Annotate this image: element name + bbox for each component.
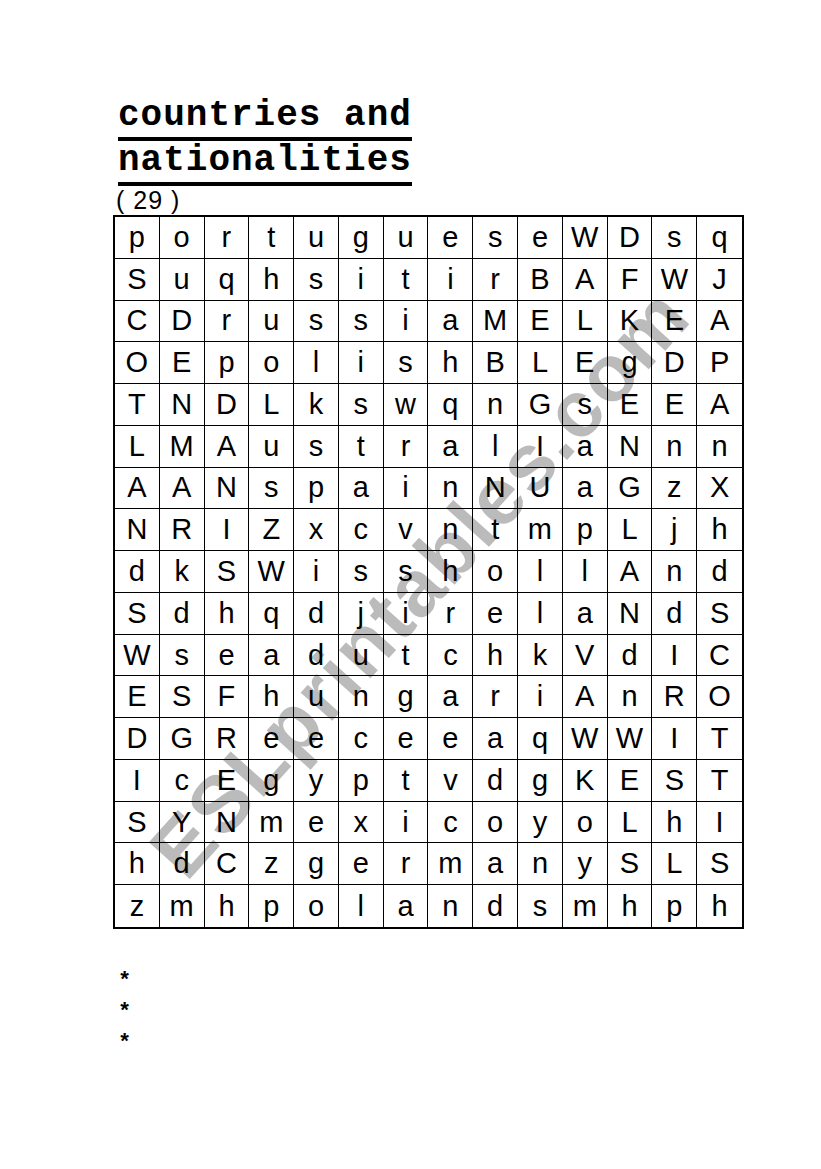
- grid-cell-r13c5: e: [294, 718, 339, 760]
- grid-cell-r2c12: F: [608, 259, 653, 301]
- grid-cell-r17c13: p: [652, 885, 697, 927]
- grid-cell-r3c7: i: [384, 301, 429, 343]
- grid-cell-r5c5: k: [294, 384, 339, 426]
- grid-cell-r3c9: M: [473, 301, 518, 343]
- grid-cell-r3c5: s: [294, 301, 339, 343]
- grid-cell-r2c14: J: [697, 259, 742, 301]
- grid-cell-r11c4: a: [249, 635, 294, 677]
- grid-cell-r14c1: I: [115, 760, 160, 802]
- grid-cell-r7c9: N: [473, 468, 518, 510]
- grid-cell-r1c14: q: [697, 217, 742, 259]
- grid-cell-r1c9: s: [473, 217, 518, 259]
- grid-cell-r13c7: e: [384, 718, 429, 760]
- grid-cell-r17c2: m: [160, 885, 205, 927]
- grid-cell-r17c5: o: [294, 885, 339, 927]
- footnote-asterisks: ***: [118, 966, 131, 1059]
- grid-cell-r13c1: D: [115, 718, 160, 760]
- word-search-grid: portugueseWDsqSuqhsitirBAFWJCDrussiaMELK…: [113, 215, 744, 929]
- grid-cell-r9c6: s: [339, 551, 384, 593]
- grid-cell-r12c8: a: [428, 676, 473, 718]
- grid-cell-r9c5: i: [294, 551, 339, 593]
- grid-cell-r11c7: t: [384, 635, 429, 677]
- grid-cell-r10c12: N: [608, 593, 653, 635]
- grid-cell-r9c4: W: [249, 551, 294, 593]
- grid-cell-r11c12: d: [608, 635, 653, 677]
- grid-cell-r12c7: g: [384, 676, 429, 718]
- grid-cell-r7c6: a: [339, 468, 384, 510]
- grid-cell-r8c6: c: [339, 509, 384, 551]
- grid-cell-r4c5: l: [294, 342, 339, 384]
- grid-cell-r11c3: e: [205, 635, 250, 677]
- grid-cell-r6c14: n: [697, 426, 742, 468]
- grid-cell-r1c12: D: [608, 217, 653, 259]
- grid-cell-r7c8: n: [428, 468, 473, 510]
- grid-cell-r2c10: B: [518, 259, 563, 301]
- grid-cell-r9c9: o: [473, 551, 518, 593]
- grid-cell-r2c6: i: [339, 259, 384, 301]
- grid-cell-r6c11: a: [563, 426, 608, 468]
- grid-cell-r12c2: S: [160, 676, 205, 718]
- grid-cell-r17c8: n: [428, 885, 473, 927]
- grid-cell-r16c12: S: [608, 843, 653, 885]
- grid-cell-r14c3: E: [205, 760, 250, 802]
- grid-cell-r11c14: C: [697, 635, 742, 677]
- grid-cell-r2c7: t: [384, 259, 429, 301]
- grid-cell-r14c11: K: [563, 760, 608, 802]
- grid-cell-r17c12: h: [608, 885, 653, 927]
- grid-cell-r15c8: c: [428, 802, 473, 844]
- grid-cell-r9c1: d: [115, 551, 160, 593]
- grid-cell-r3c11: L: [563, 301, 608, 343]
- grid-cell-r13c13: I: [652, 718, 697, 760]
- grid-cell-r1c4: t: [249, 217, 294, 259]
- grid-cell-r14c9: d: [473, 760, 518, 802]
- grid-cell-r16c4: z: [249, 843, 294, 885]
- grid-cell-r3c14: A: [697, 301, 742, 343]
- grid-cell-r11c8: c: [428, 635, 473, 677]
- grid-cell-r11c9: h: [473, 635, 518, 677]
- grid-cell-r9c7: s: [384, 551, 429, 593]
- grid-cell-r6c13: n: [652, 426, 697, 468]
- grid-cell-r4c11: E: [563, 342, 608, 384]
- grid-cell-r2c2: u: [160, 259, 205, 301]
- grid-cell-r2c4: h: [249, 259, 294, 301]
- grid-cell-r1c2: o: [160, 217, 205, 259]
- grid-cell-r17c11: m: [563, 885, 608, 927]
- grid-cell-r1c6: g: [339, 217, 384, 259]
- grid-cell-r5c1: T: [115, 384, 160, 426]
- grid-cell-r6c10: I: [518, 426, 563, 468]
- grid-cell-r8c4: Z: [249, 509, 294, 551]
- grid-cell-r4c12: g: [608, 342, 653, 384]
- grid-cell-r6c4: u: [249, 426, 294, 468]
- grid-cell-r2c9: r: [473, 259, 518, 301]
- grid-cell-r8c5: x: [294, 509, 339, 551]
- grid-cell-r14c7: t: [384, 760, 429, 802]
- puzzle-title-line1: countries and: [118, 96, 412, 141]
- grid-cell-r10c7: i: [384, 593, 429, 635]
- grid-cell-r5c3: D: [205, 384, 250, 426]
- grid-cell-r6c6: t: [339, 426, 384, 468]
- grid-cell-r13c2: G: [160, 718, 205, 760]
- grid-cell-r12c3: F: [205, 676, 250, 718]
- grid-cell-r5c7: w: [384, 384, 429, 426]
- grid-cell-r6c9: l: [473, 426, 518, 468]
- grid-cell-r4c10: L: [518, 342, 563, 384]
- grid-cell-r15c10: y: [518, 802, 563, 844]
- grid-cell-r11c10: k: [518, 635, 563, 677]
- grid-cell-r15c14: I: [697, 802, 742, 844]
- grid-cell-r12c12: n: [608, 676, 653, 718]
- grid-cell-r11c5: d: [294, 635, 339, 677]
- grid-cell-r12c9: r: [473, 676, 518, 718]
- grid-cell-r10c6: j: [339, 593, 384, 635]
- grid-cell-r3c3: r: [205, 301, 250, 343]
- grid-cell-r16c3: C: [205, 843, 250, 885]
- grid-cell-r17c4: p: [249, 885, 294, 927]
- grid-cell-r15c1: S: [115, 802, 160, 844]
- grid-cell-r15c6: x: [339, 802, 384, 844]
- grid-cell-r7c4: s: [249, 468, 294, 510]
- grid-cell-r16c5: g: [294, 843, 339, 885]
- grid-cell-r4c14: P: [697, 342, 742, 384]
- grid-cell-r10c8: r: [428, 593, 473, 635]
- grid-cell-r8c13: j: [652, 509, 697, 551]
- grid-cell-r15c5: e: [294, 802, 339, 844]
- grid-cell-r15c9: o: [473, 802, 518, 844]
- grid-cell-r12c1: E: [115, 676, 160, 718]
- grid-cell-r4c2: E: [160, 342, 205, 384]
- grid-cell-r6c5: s: [294, 426, 339, 468]
- grid-cell-r14c14: T: [697, 760, 742, 802]
- grid-cell-r5c14: A: [697, 384, 742, 426]
- grid-cell-r7c7: i: [384, 468, 429, 510]
- grid-cell-r9c10: l: [518, 551, 563, 593]
- grid-cell-r2c8: i: [428, 259, 473, 301]
- grid-cell-r5c13: E: [652, 384, 697, 426]
- grid-cell-r16c9: a: [473, 843, 518, 885]
- grid-cell-r5c6: s: [339, 384, 384, 426]
- grid-cell-r11c6: u: [339, 635, 384, 677]
- grid-cell-r10c11: a: [563, 593, 608, 635]
- grid-cell-r16c8: m: [428, 843, 473, 885]
- grid-cell-r8c9: t: [473, 509, 518, 551]
- grid-cell-r14c5: y: [294, 760, 339, 802]
- grid-cell-r12c6: n: [339, 676, 384, 718]
- grid-cell-r10c10: l: [518, 593, 563, 635]
- grid-cell-r10c5: d: [294, 593, 339, 635]
- grid-cell-r7c12: G: [608, 468, 653, 510]
- grid-cell-r7c11: a: [563, 468, 608, 510]
- grid-cell-r15c13: h: [652, 802, 697, 844]
- grid-cell-r16c13: L: [652, 843, 697, 885]
- grid-cell-r15c3: N: [205, 802, 250, 844]
- grid-cell-r6c12: N: [608, 426, 653, 468]
- grid-cell-r13c14: T: [697, 718, 742, 760]
- grid-cell-r4c9: B: [473, 342, 518, 384]
- grid-cell-r2c5: s: [294, 259, 339, 301]
- grid-cell-r9c13: n: [652, 551, 697, 593]
- grid-cell-r10c1: S: [115, 593, 160, 635]
- grid-cell-r1c1: p: [115, 217, 160, 259]
- grid-cell-r2c1: S: [115, 259, 160, 301]
- grid-cell-r7c13: z: [652, 468, 697, 510]
- grid-cell-r3c10: E: [518, 301, 563, 343]
- grid-cell-r4c6: i: [339, 342, 384, 384]
- grid-cell-r17c10: s: [518, 885, 563, 927]
- grid-cell-r17c7: a: [384, 885, 429, 927]
- grid-cell-r7c1: A: [115, 468, 160, 510]
- grid-cell-r1c11: W: [563, 217, 608, 259]
- grid-cell-r4c7: s: [384, 342, 429, 384]
- grid-cell-r10c9: e: [473, 593, 518, 635]
- grid-cell-r8c3: I: [205, 509, 250, 551]
- grid-cell-r9c11: l: [563, 551, 608, 593]
- grid-cell-r6c2: M: [160, 426, 205, 468]
- grid-cell-r5c10: G: [518, 384, 563, 426]
- grid-cell-r5c11: s: [563, 384, 608, 426]
- grid-cell-r9c3: S: [205, 551, 250, 593]
- grid-cell-r13c3: R: [205, 718, 250, 760]
- grid-cell-r6c7: r: [384, 426, 429, 468]
- grid-cell-r7c10: U: [518, 468, 563, 510]
- grid-cell-r12c11: A: [563, 676, 608, 718]
- grid-cell-r4c8: h: [428, 342, 473, 384]
- grid-cell-r5c8: q: [428, 384, 473, 426]
- grid-cell-r15c4: m: [249, 802, 294, 844]
- grid-cell-r16c10: n: [518, 843, 563, 885]
- grid-cell-r13c11: W: [563, 718, 608, 760]
- grid-cell-r9c8: h: [428, 551, 473, 593]
- grid-cell-r13c8: e: [428, 718, 473, 760]
- grid-cell-r10c3: h: [205, 593, 250, 635]
- grid-cell-r1c3: r: [205, 217, 250, 259]
- grid-cell-r14c12: E: [608, 760, 653, 802]
- footnote-asterisk: *: [118, 966, 131, 997]
- grid-cell-r9c2: k: [160, 551, 205, 593]
- grid-cell-r8c7: v: [384, 509, 429, 551]
- grid-cell-r14c8: v: [428, 760, 473, 802]
- grid-cell-r1c7: u: [384, 217, 429, 259]
- grid-cell-r1c10: e: [518, 217, 563, 259]
- grid-cell-r11c11: V: [563, 635, 608, 677]
- grid-cell-r11c13: I: [652, 635, 697, 677]
- grid-cell-r11c1: W: [115, 635, 160, 677]
- grid-cell-r17c9: d: [473, 885, 518, 927]
- grid-cell-r5c9: n: [473, 384, 518, 426]
- grid-cell-r8c11: p: [563, 509, 608, 551]
- grid-cell-r13c9: a: [473, 718, 518, 760]
- grid-cell-r17c14: h: [697, 885, 742, 927]
- grid-cell-r8c12: L: [608, 509, 653, 551]
- grid-cell-r3c8: a: [428, 301, 473, 343]
- grid-cell-r12c10: i: [518, 676, 563, 718]
- grid-cell-r3c4: u: [249, 301, 294, 343]
- grid-cell-r9c12: A: [608, 551, 653, 593]
- grid-cell-r11c2: s: [160, 635, 205, 677]
- grid-cell-r17c1: z: [115, 885, 160, 927]
- grid-cell-r4c13: D: [652, 342, 697, 384]
- grid-cell-r13c6: c: [339, 718, 384, 760]
- grid-cell-r2c13: W: [652, 259, 697, 301]
- grid-cell-r10c14: S: [697, 593, 742, 635]
- grid-cell-r8c2: R: [160, 509, 205, 551]
- puzzle-title-line2: nationalities: [118, 141, 412, 186]
- grid-cell-r3c6: s: [339, 301, 384, 343]
- grid-cell-r16c7: r: [384, 843, 429, 885]
- grid-cell-r4c3: p: [205, 342, 250, 384]
- puzzle-title: countries and nationalities: [118, 96, 412, 186]
- grid-cell-r14c10: g: [518, 760, 563, 802]
- grid-cell-r16c1: h: [115, 843, 160, 885]
- grid-cell-r6c3: A: [205, 426, 250, 468]
- grid-cell-r8c14: h: [697, 509, 742, 551]
- grid-cell-r12c14: O: [697, 676, 742, 718]
- grid-cell-r8c1: N: [115, 509, 160, 551]
- grid-cell-r4c1: O: [115, 342, 160, 384]
- footnote-asterisk: *: [118, 1028, 131, 1059]
- grid-cell-r5c4: L: [249, 384, 294, 426]
- grid-cell-r7c2: A: [160, 468, 205, 510]
- grid-cell-r17c6: l: [339, 885, 384, 927]
- grid-cell-r6c8: a: [428, 426, 473, 468]
- grid-cell-r15c7: i: [384, 802, 429, 844]
- grid-cell-r7c14: X: [697, 468, 742, 510]
- grid-cell-r14c2: c: [160, 760, 205, 802]
- grid-cell-r16c6: e: [339, 843, 384, 885]
- grid-cell-r15c2: Y: [160, 802, 205, 844]
- grid-cell-r3c13: E: [652, 301, 697, 343]
- grid-cell-r16c14: S: [697, 843, 742, 885]
- grid-cell-r15c12: L: [608, 802, 653, 844]
- grid-cell-r16c2: d: [160, 843, 205, 885]
- grid-cell-r12c13: R: [652, 676, 697, 718]
- grid-cell-r3c2: D: [160, 301, 205, 343]
- grid-cell-r2c11: A: [563, 259, 608, 301]
- grid-cell-r2c3: q: [205, 259, 250, 301]
- grid-cell-r8c8: n: [428, 509, 473, 551]
- grid-cell-r9c14: d: [697, 551, 742, 593]
- grid-cell-r3c12: K: [608, 301, 653, 343]
- grid-cell-r10c4: q: [249, 593, 294, 635]
- grid-cell-r5c12: E: [608, 384, 653, 426]
- grid-cell-r12c4: h: [249, 676, 294, 718]
- grid-cell-r14c6: p: [339, 760, 384, 802]
- grid-cell-r13c12: W: [608, 718, 653, 760]
- grid-cell-r1c8: e: [428, 217, 473, 259]
- grid-cell-r5c2: N: [160, 384, 205, 426]
- grid-cell-r7c3: N: [205, 468, 250, 510]
- grid-cell-r10c2: d: [160, 593, 205, 635]
- grid-cell-r14c13: S: [652, 760, 697, 802]
- grid-cell-r17c3: h: [205, 885, 250, 927]
- grid-cell-r16c11: y: [563, 843, 608, 885]
- footnote-asterisk: *: [118, 997, 131, 1028]
- grid-cell-r6c1: L: [115, 426, 160, 468]
- grid-cell-r15c11: o: [563, 802, 608, 844]
- grid-cell-r13c10: q: [518, 718, 563, 760]
- grid-cell-r10c13: d: [652, 593, 697, 635]
- grid-cell-r14c4: g: [249, 760, 294, 802]
- grid-cell-r8c10: m: [518, 509, 563, 551]
- grid-cell-r4c4: o: [249, 342, 294, 384]
- grid-cell-r13c4: e: [249, 718, 294, 760]
- word-count-label: ( 29 ): [116, 186, 180, 215]
- grid-cell-r12c5: u: [294, 676, 339, 718]
- grid-cell-r1c5: u: [294, 217, 339, 259]
- grid-cell-r1c13: s: [652, 217, 697, 259]
- grid-cell-r7c5: p: [294, 468, 339, 510]
- grid-cell-r3c1: C: [115, 301, 160, 343]
